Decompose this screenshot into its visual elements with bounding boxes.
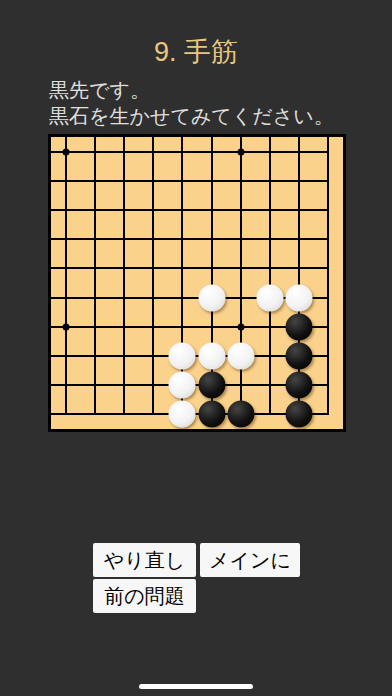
grid-line-vertical — [269, 137, 271, 166]
board-intersection[interactable] — [109, 225, 138, 254]
grid-line-vertical — [240, 166, 242, 195]
grid-line-vertical — [152, 341, 154, 370]
board-intersection[interactable] — [80, 254, 109, 283]
grid-line-vertical — [123, 371, 125, 400]
grid-line-vertical — [65, 166, 67, 195]
board-intersection[interactable] — [226, 225, 255, 254]
board-intersection[interactable] — [80, 341, 109, 370]
grid-line-vertical — [152, 254, 154, 283]
board-intersection[interactable] — [168, 371, 197, 400]
board-intersection[interactable] — [314, 371, 343, 400]
grid-line-vertical — [269, 371, 271, 400]
board-intersection[interactable] — [139, 400, 168, 429]
board-intersection[interactable] — [226, 312, 255, 341]
grid-line-vertical — [298, 254, 300, 283]
board-intersection[interactable] — [80, 371, 109, 400]
grid-line-vertical — [94, 371, 96, 400]
grid-line-vertical — [123, 195, 125, 224]
board-intersection[interactable] — [51, 341, 80, 370]
board-intersection[interactable] — [139, 371, 168, 400]
star-point — [62, 148, 69, 155]
white-stone — [198, 342, 225, 369]
restart-button[interactable]: やり直し — [93, 543, 196, 577]
board-intersection[interactable] — [51, 254, 80, 283]
grid-line-vertical — [327, 254, 329, 283]
grid-line-vertical — [181, 254, 183, 283]
board-intersection[interactable] — [80, 166, 109, 195]
board-intersection[interactable] — [226, 283, 255, 312]
grid-line-vertical — [211, 137, 213, 166]
board-intersection[interactable] — [226, 341, 255, 370]
grid-line-vertical — [298, 137, 300, 166]
grid-line-vertical — [298, 225, 300, 254]
grid-line-vertical — [211, 254, 213, 283]
grid-line-vertical — [123, 166, 125, 195]
board-intersection[interactable] — [139, 312, 168, 341]
grid-line-vertical — [269, 254, 271, 283]
board-intersection[interactable] — [51, 166, 80, 195]
board-intersection[interactable] — [51, 312, 80, 341]
board-intersection[interactable] — [80, 195, 109, 224]
grid-line-vertical — [240, 371, 242, 400]
white-stone — [169, 342, 196, 369]
grid-line-vertical — [181, 283, 183, 312]
main-menu-button[interactable]: メインに — [200, 543, 300, 577]
board-intersection[interactable] — [51, 225, 80, 254]
board-intersection[interactable] — [255, 283, 284, 312]
grid-line-vertical — [327, 225, 329, 254]
go-board-grid — [51, 137, 343, 429]
board-intersection[interactable] — [168, 312, 197, 341]
instruction-line-1: 黒先です。 — [49, 77, 372, 103]
board-intersection[interactable] — [314, 341, 343, 370]
grid-line-vertical — [65, 400, 67, 416]
white-stone — [227, 342, 254, 369]
board-intersection[interactable] — [255, 341, 284, 370]
board-intersection[interactable] — [139, 341, 168, 370]
grid-line-vertical — [269, 400, 271, 416]
black-stone — [227, 401, 254, 428]
grid-line-vertical — [269, 225, 271, 254]
board-intersection[interactable] — [51, 283, 80, 312]
board-intersection[interactable] — [197, 312, 226, 341]
board-intersection[interactable] — [80, 283, 109, 312]
screen: 9. 手筋 黒先です。 黒石を生かせてみてください。 やり直し メインに 前の問… — [0, 0, 392, 696]
grid-line-vertical — [327, 371, 329, 400]
board-intersection[interactable] — [226, 166, 255, 195]
board-intersection[interactable] — [109, 137, 138, 166]
instruction-line-2: 黒石を生かせてみてください。 — [49, 103, 372, 129]
home-indicator[interactable] — [139, 684, 253, 689]
board-intersection[interactable] — [285, 137, 314, 166]
board-intersection[interactable] — [285, 371, 314, 400]
board-intersection[interactable] — [109, 400, 138, 429]
grid-line-vertical — [240, 225, 242, 254]
grid-line-vertical — [65, 371, 67, 400]
white-stone — [286, 284, 313, 311]
board-intersection[interactable] — [139, 195, 168, 224]
grid-line-vertical — [298, 195, 300, 224]
board-intersection[interactable] — [168, 341, 197, 370]
grid-line-vertical — [123, 225, 125, 254]
board-intersection[interactable] — [285, 341, 314, 370]
black-stone — [286, 372, 313, 399]
board-intersection[interactable] — [314, 195, 343, 224]
board-intersection[interactable] — [226, 400, 255, 429]
board-intersection[interactable] — [197, 254, 226, 283]
grid-line-vertical — [94, 166, 96, 195]
board-intersection[interactable] — [109, 371, 138, 400]
board-intersection[interactable] — [197, 137, 226, 166]
board-intersection[interactable] — [285, 400, 314, 429]
board-intersection[interactable] — [168, 225, 197, 254]
board-intersection[interactable] — [80, 312, 109, 341]
board-intersection[interactable] — [51, 137, 80, 166]
board-intersection[interactable] — [255, 225, 284, 254]
board-intersection[interactable] — [197, 166, 226, 195]
grid-line-vertical — [94, 312, 96, 341]
board-intersection[interactable] — [285, 283, 314, 312]
grid-line-vertical — [152, 137, 154, 166]
board-intersection[interactable] — [314, 254, 343, 283]
problem-title: 9. 手筋 — [0, 36, 392, 68]
board-intersection[interactable] — [314, 137, 343, 166]
grid-line-vertical — [94, 400, 96, 416]
board-intersection[interactable] — [226, 195, 255, 224]
grid-line-vertical — [65, 225, 67, 254]
white-stone — [256, 284, 283, 311]
board-intersection[interactable] — [168, 137, 197, 166]
board-intersection[interactable] — [139, 137, 168, 166]
board-intersection[interactable] — [255, 166, 284, 195]
grid-line-vertical — [240, 283, 242, 312]
board-intersection[interactable] — [255, 137, 284, 166]
grid-line-vertical — [152, 312, 154, 341]
grid-line-vertical — [327, 341, 329, 370]
grid-line-vertical — [94, 283, 96, 312]
board-intersection[interactable] — [255, 371, 284, 400]
grid-line-vertical — [65, 195, 67, 224]
board-intersection[interactable] — [109, 312, 138, 341]
board-intersection[interactable] — [197, 225, 226, 254]
grid-line-vertical — [152, 166, 154, 195]
grid-line-vertical — [123, 312, 125, 341]
board-intersection[interactable] — [109, 254, 138, 283]
board-intersection[interactable] — [314, 400, 343, 429]
board-intersection[interactable] — [255, 312, 284, 341]
grid-line-vertical — [94, 195, 96, 224]
grid-line-vertical — [65, 283, 67, 312]
board-intersection[interactable] — [80, 400, 109, 429]
grid-line-vertical — [94, 341, 96, 370]
grid-line-vertical — [211, 225, 213, 254]
board-intersection[interactable] — [314, 166, 343, 195]
white-stone — [169, 372, 196, 399]
board-intersection[interactable] — [197, 371, 226, 400]
board-intersection[interactable] — [197, 400, 226, 429]
grid-line-vertical — [327, 137, 329, 166]
grid-line-vertical — [65, 254, 67, 283]
board-intersection[interactable] — [51, 371, 80, 400]
board-intersection[interactable] — [197, 341, 226, 370]
board-intersection[interactable] — [109, 283, 138, 312]
board-intersection[interactable] — [139, 166, 168, 195]
grid-line-vertical — [152, 225, 154, 254]
board-intersection[interactable] — [285, 195, 314, 224]
board-intersection[interactable] — [51, 400, 80, 429]
board-intersection[interactable] — [168, 283, 197, 312]
grid-line-vertical — [181, 225, 183, 254]
board-intersection[interactable] — [285, 254, 314, 283]
board-intersection[interactable] — [168, 254, 197, 283]
grid-line-vertical — [269, 312, 271, 341]
board-intersection[interactable] — [168, 400, 197, 429]
grid-line-vertical — [152, 371, 154, 400]
grid-line-vertical — [269, 195, 271, 224]
black-stone — [286, 342, 313, 369]
board-intersection[interactable] — [314, 283, 343, 312]
board-intersection[interactable] — [139, 283, 168, 312]
board-intersection[interactable] — [197, 283, 226, 312]
board-intersection[interactable] — [109, 341, 138, 370]
white-stone — [198, 284, 225, 311]
board-intersection[interactable] — [255, 254, 284, 283]
board-intersection[interactable] — [285, 225, 314, 254]
grid-line-vertical — [94, 225, 96, 254]
black-stone — [286, 313, 313, 340]
board-intersection[interactable] — [51, 195, 80, 224]
problem-instructions: 黒先です。 黒石を生かせてみてください。 — [49, 77, 372, 129]
board-intersection[interactable] — [197, 195, 226, 224]
grid-line-vertical — [240, 254, 242, 283]
grid-line-vertical — [181, 137, 183, 166]
board-intersection[interactable] — [139, 225, 168, 254]
board-intersection[interactable] — [314, 225, 343, 254]
board-intersection[interactable] — [168, 166, 197, 195]
board-intersection[interactable] — [255, 195, 284, 224]
board-intersection[interactable] — [314, 312, 343, 341]
board-intersection[interactable] — [285, 166, 314, 195]
grid-line-vertical — [327, 166, 329, 195]
grid-line-vertical — [123, 254, 125, 283]
black-stone — [198, 372, 225, 399]
black-stone — [198, 401, 225, 428]
board-intersection[interactable] — [139, 254, 168, 283]
grid-line-vertical — [181, 312, 183, 341]
board-intersection[interactable] — [285, 312, 314, 341]
board-intersection[interactable] — [226, 254, 255, 283]
board-intersection[interactable] — [109, 166, 138, 195]
grid-line-vertical — [123, 341, 125, 370]
grid-line-vertical — [269, 166, 271, 195]
grid-line-vertical — [240, 195, 242, 224]
board-intersection[interactable] — [80, 225, 109, 254]
star-point — [62, 323, 69, 330]
grid-line-vertical — [327, 283, 329, 312]
grid-line-vertical — [94, 254, 96, 283]
grid-line-vertical — [211, 312, 213, 341]
previous-problem-button[interactable]: 前の問題 — [93, 579, 196, 613]
grid-line-vertical — [327, 312, 329, 341]
grid-line-vertical — [181, 166, 183, 195]
grid-line-vertical — [269, 341, 271, 370]
board-intersection[interactable] — [109, 195, 138, 224]
board-intersection[interactable] — [80, 137, 109, 166]
grid-line-vertical — [123, 283, 125, 312]
star-point — [237, 148, 244, 155]
grid-line-vertical — [327, 195, 329, 224]
grid-line-vertical — [327, 400, 329, 416]
grid-line-vertical — [211, 166, 213, 195]
board-intersection[interactable] — [255, 400, 284, 429]
grid-line-vertical — [123, 400, 125, 416]
grid-line-vertical — [123, 137, 125, 166]
go-board — [48, 134, 346, 432]
star-point — [237, 323, 244, 330]
grid-line-vertical — [152, 400, 154, 416]
board-intersection[interactable] — [226, 371, 255, 400]
grid-line-vertical — [181, 195, 183, 224]
grid-line-vertical — [94, 137, 96, 166]
white-stone — [169, 401, 196, 428]
black-stone — [286, 401, 313, 428]
grid-line-vertical — [152, 283, 154, 312]
board-intersection[interactable] — [226, 137, 255, 166]
grid-line-vertical — [152, 195, 154, 224]
grid-line-vertical — [65, 341, 67, 370]
grid-line-vertical — [211, 195, 213, 224]
grid-line-vertical — [298, 166, 300, 195]
board-intersection[interactable] — [168, 195, 197, 224]
